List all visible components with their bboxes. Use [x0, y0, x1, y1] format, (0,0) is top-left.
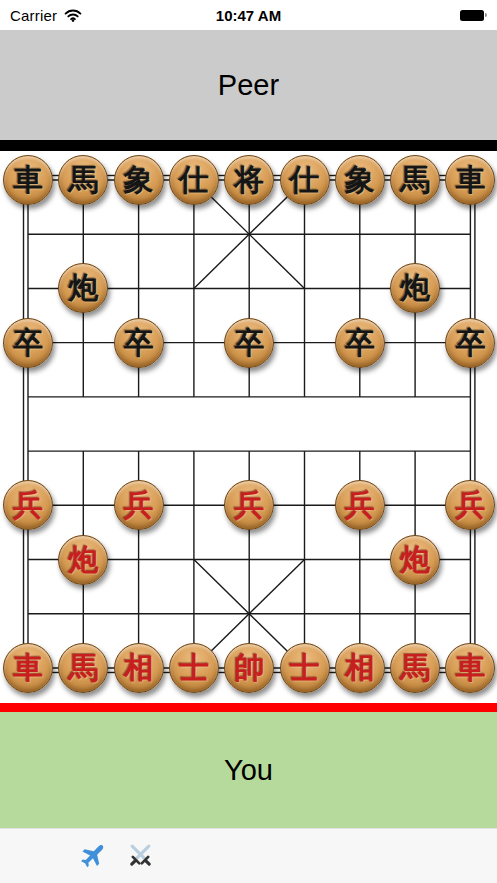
piece-red-soldier[interactable]: 兵	[335, 480, 385, 530]
piece-glyph: 卒	[13, 328, 43, 358]
piece-glyph: 仕	[179, 165, 209, 195]
piece-glyph: 車	[455, 165, 485, 195]
piece-red-cannon[interactable]: 炮	[58, 535, 108, 585]
piece-black-elephant[interactable]: 象	[335, 155, 385, 205]
crossed-swords-button[interactable]	[127, 843, 154, 870]
clock: 10:47 AM	[0, 7, 497, 24]
piece-glyph: 車	[13, 653, 43, 683]
piece-glyph: 卒	[124, 328, 154, 358]
status-bar: Carrier 10:47 AM	[0, 0, 497, 30]
piece-glyph: 卒	[345, 328, 375, 358]
piece-black-soldier[interactable]: 卒	[445, 318, 495, 368]
battery-icon	[460, 10, 487, 21]
piece-red-cannon[interactable]: 炮	[390, 535, 440, 585]
piece-glyph: 相	[124, 653, 154, 683]
piece-glyph: 士	[179, 653, 209, 683]
piece-black-soldier[interactable]: 卒	[3, 318, 53, 368]
piece-glyph: 仕	[290, 165, 320, 195]
you-title: You	[224, 754, 273, 787]
piece-glyph: 馬	[68, 653, 98, 683]
piece-glyph: 象	[124, 165, 154, 195]
piece-black-elephant[interactable]: 象	[114, 155, 164, 205]
airplane-button[interactable]	[78, 843, 105, 870]
piece-black-horse[interactable]: 馬	[390, 155, 440, 205]
piece-black-horse[interactable]: 馬	[58, 155, 108, 205]
piece-glyph: 将	[234, 165, 264, 195]
piece-black-advisor[interactable]: 仕	[169, 155, 219, 205]
piece-red-general[interactable]: 帥	[224, 643, 274, 693]
piece-red-horse[interactable]: 馬	[58, 643, 108, 693]
piece-glyph: 車	[455, 653, 485, 683]
black-side-bar	[0, 140, 497, 151]
piece-glyph: 兵	[124, 490, 154, 520]
piece-glyph: 兵	[345, 490, 375, 520]
piece-glyph: 馬	[400, 653, 430, 683]
board-grid	[0, 151, 497, 703]
piece-black-soldier[interactable]: 卒	[114, 318, 164, 368]
piece-red-advisor[interactable]: 士	[169, 643, 219, 693]
bottom-toolbar	[0, 828, 497, 883]
piece-red-horse[interactable]: 馬	[390, 643, 440, 693]
piece-red-advisor[interactable]: 士	[280, 643, 330, 693]
piece-glyph: 炮	[68, 545, 98, 575]
piece-glyph: 卒	[455, 328, 485, 358]
piece-glyph: 兵	[455, 490, 485, 520]
you-footer: You	[0, 712, 497, 828]
airplane-icon	[78, 858, 105, 873]
piece-glyph: 馬	[400, 165, 430, 195]
piece-red-soldier[interactable]: 兵	[3, 480, 53, 530]
piece-black-advisor[interactable]: 仕	[280, 155, 330, 205]
piece-glyph: 相	[345, 653, 375, 683]
red-side-bar	[0, 703, 497, 712]
board[interactable]: 車馬象仕将仕象馬車炮炮卒卒卒卒卒兵兵兵兵兵炮炮車馬相士帥士相馬車	[0, 151, 497, 703]
piece-glyph: 炮	[400, 545, 430, 575]
piece-red-chariot[interactable]: 車	[3, 643, 53, 693]
crossed-swords-icon	[127, 858, 154, 873]
piece-glyph: 車	[13, 165, 43, 195]
piece-black-chariot[interactable]: 車	[3, 155, 53, 205]
peer-title: Peer	[218, 69, 279, 102]
piece-black-soldier[interactable]: 卒	[224, 318, 274, 368]
piece-glyph: 炮	[400, 273, 430, 303]
piece-glyph: 士	[290, 653, 320, 683]
peer-header: Peer	[0, 30, 497, 140]
piece-red-elephant[interactable]: 相	[114, 643, 164, 693]
piece-glyph: 兵	[234, 490, 264, 520]
piece-red-soldier[interactable]: 兵	[114, 480, 164, 530]
piece-red-elephant[interactable]: 相	[335, 643, 385, 693]
piece-black-general[interactable]: 将	[224, 155, 274, 205]
piece-glyph: 兵	[13, 490, 43, 520]
piece-glyph: 象	[345, 165, 375, 195]
app-screen: Carrier 10:47 AM Peer 車馬象仕将仕象馬車炮炮卒卒卒卒卒兵兵…	[0, 0, 497, 883]
piece-glyph: 馬	[68, 165, 98, 195]
piece-glyph: 卒	[234, 328, 264, 358]
piece-glyph: 帥	[234, 653, 264, 683]
piece-black-soldier[interactable]: 卒	[335, 318, 385, 368]
piece-glyph: 炮	[68, 273, 98, 303]
